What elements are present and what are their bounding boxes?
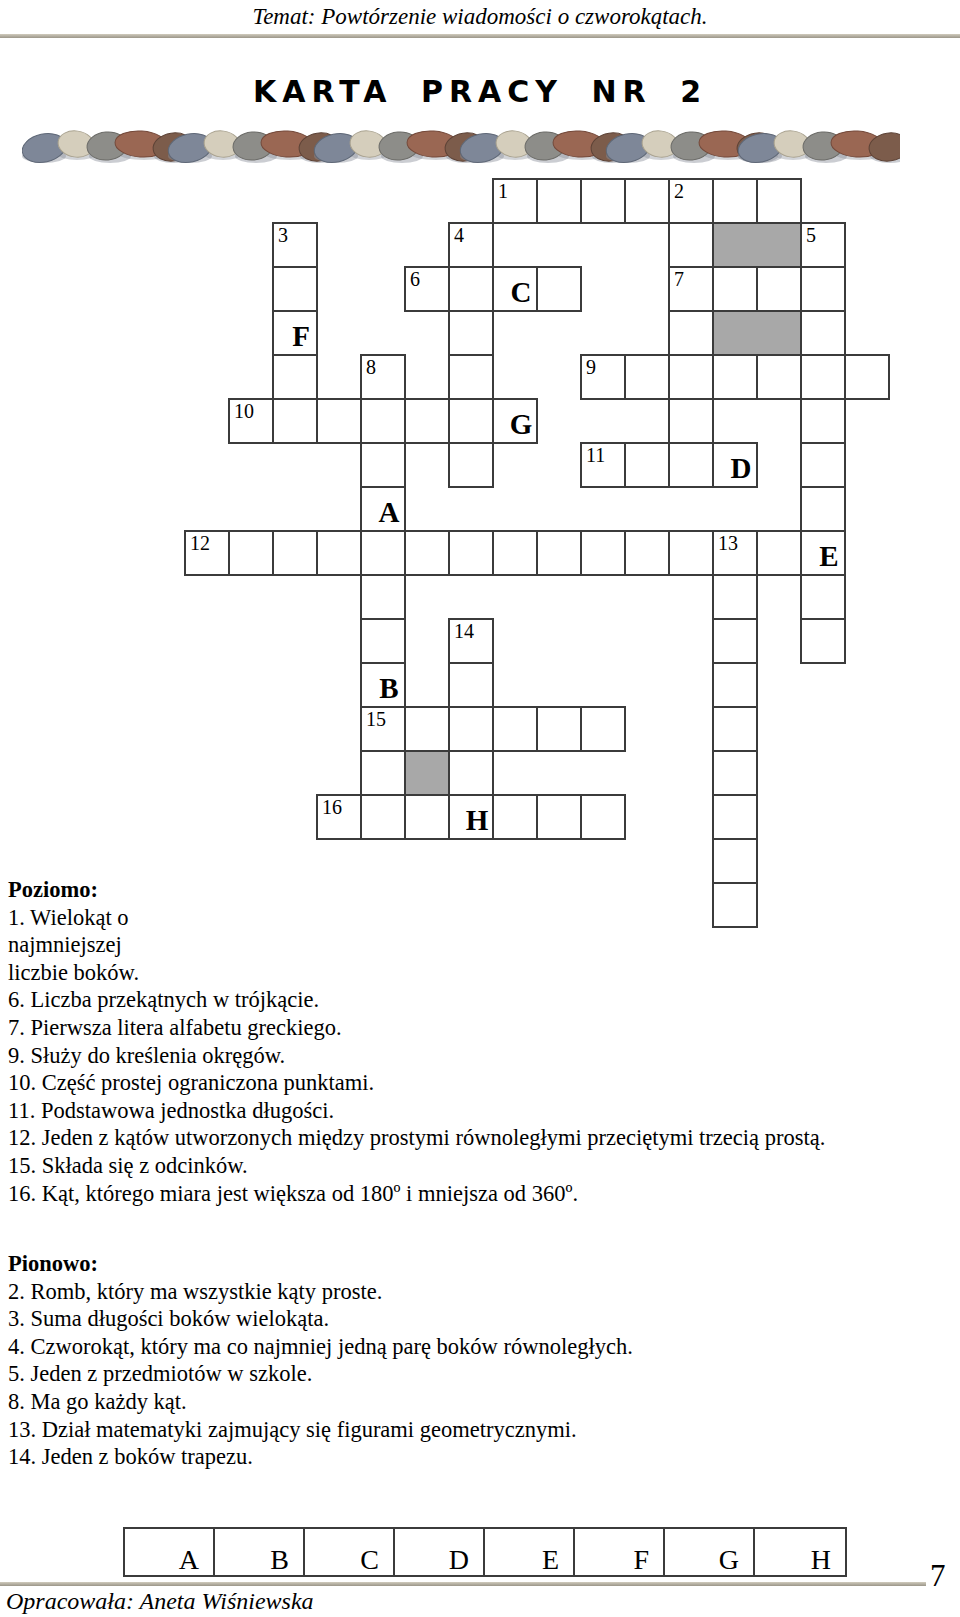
crossword-cell[interactable]: [580, 530, 626, 576]
crossword-cell[interactable]: [712, 266, 758, 312]
clue-number: 6: [410, 268, 420, 290]
clue-line: 7. Pierwsza litera alfabetu greckiego.: [8, 1014, 956, 1042]
clue-line: 14. Jeden z boków trapezu.: [8, 1443, 956, 1471]
clues-across-heading: Poziomo:: [8, 876, 956, 904]
crossword-cell[interactable]: G: [492, 398, 538, 444]
crossword-cell[interactable]: [800, 574, 846, 620]
clue-number: 3: [278, 224, 288, 246]
crossword-cell[interactable]: [712, 354, 758, 400]
answer-cell-c[interactable]: C: [305, 1529, 395, 1575]
crossword-cell[interactable]: H: [448, 794, 494, 840]
clue-line: najmniejszej: [8, 931, 956, 959]
crossword-cell[interactable]: [800, 354, 846, 400]
crossword-cell[interactable]: [316, 398, 362, 444]
crossword-cell[interactable]: [756, 178, 802, 224]
crossword-cell[interactable]: [316, 530, 362, 576]
clue-number: 2: [674, 180, 684, 202]
crossword-cell[interactable]: 5: [800, 222, 846, 268]
clue-line: 11. Podstawowa jednostka długości.: [8, 1097, 956, 1125]
crossword-cell[interactable]: D: [712, 442, 758, 488]
crossword-cell[interactable]: [404, 794, 450, 840]
footer-rule: [0, 1582, 926, 1586]
crossword-cell[interactable]: [404, 530, 450, 576]
clue-line: 5. Jeden z przedmiotów w szkole.: [8, 1360, 956, 1388]
crossword-cell[interactable]: [668, 398, 714, 444]
crossword-cell[interactable]: [668, 354, 714, 400]
crossword-cell[interactable]: [668, 442, 714, 488]
crossword-cell[interactable]: [448, 662, 494, 708]
crossword-cell[interactable]: [536, 706, 582, 752]
clue-number: 8: [366, 356, 376, 378]
crossword-cell[interactable]: 7: [668, 266, 714, 312]
clue-number: 1: [498, 180, 508, 202]
answer-cell-label: E: [542, 1546, 559, 1574]
crossword-grid: 123456C7F8910G11DA1213E14B1516H: [184, 178, 890, 928]
crossword-cell[interactable]: [800, 398, 846, 444]
answer-cell-d[interactable]: D: [395, 1529, 485, 1575]
crossword-cell[interactable]: [536, 530, 582, 576]
answer-cell-label: D: [449, 1546, 469, 1574]
crossword-cell[interactable]: 8: [360, 354, 406, 400]
crossword-cell-blocked: [404, 750, 450, 796]
clue-line: 12. Jeden z kątów utworzonych między pro…: [8, 1124, 956, 1152]
answer-cell-label: A: [179, 1546, 199, 1574]
crossword-cell[interactable]: [668, 310, 714, 356]
crossword-cell[interactable]: F: [272, 310, 318, 356]
clues-down-heading: Pionowo:: [8, 1250, 956, 1278]
crossword-cell[interactable]: [228, 530, 274, 576]
crossword-cell[interactable]: [272, 530, 318, 576]
answer-letter-marker: A: [362, 492, 404, 532]
answer-cell-label: F: [633, 1546, 649, 1574]
answer-letter-marker: H: [450, 800, 492, 840]
clue-number: 16: [322, 796, 342, 818]
crossword-cell[interactable]: [360, 574, 406, 620]
crossword-cell[interactable]: [800, 442, 846, 488]
crossword-cell[interactable]: 1: [492, 178, 538, 224]
crossword-cell[interactable]: 11: [580, 442, 626, 488]
crossword-cell[interactable]: [404, 706, 450, 752]
crossword-cell[interactable]: [448, 530, 494, 576]
crossword-cell[interactable]: 10: [228, 398, 274, 444]
clue-line: 6. Liczba przekątnych w trójkącie.: [8, 986, 956, 1014]
clue-line: liczbie boków.: [8, 959, 956, 987]
crossword-cell[interactable]: 13: [712, 530, 758, 576]
answer-cell-h[interactable]: H: [755, 1529, 845, 1575]
page-number: 7: [930, 1558, 946, 1594]
answer-letter-marker: F: [274, 316, 316, 356]
crossword-cell[interactable]: [800, 310, 846, 356]
crossword-cell[interactable]: [448, 750, 494, 796]
crossword-cell[interactable]: [712, 662, 758, 708]
crossword-cell[interactable]: [360, 442, 406, 488]
crossword-cell[interactable]: [624, 354, 670, 400]
crossword-cell[interactable]: [712, 750, 758, 796]
answer-letter-marker: B: [362, 668, 404, 708]
crossword-cell[interactable]: [492, 706, 538, 752]
clue-line: 16. Kąt, którego miara jest większa od 1…: [8, 1180, 956, 1208]
crossword-cell[interactable]: A: [360, 486, 406, 532]
clue-line: 15. Składa się z odcinków.: [8, 1152, 956, 1180]
worksheet-page: Temat: Powtórzenie wiadomości o czworoką…: [0, 0, 960, 1617]
crossword-cell[interactable]: [448, 266, 494, 312]
answer-letter-marker: C: [494, 272, 536, 312]
clue-line: 1. Wielokąt o: [8, 904, 956, 932]
clue-number: 15: [366, 708, 386, 730]
crossword-cell[interactable]: 2: [668, 178, 714, 224]
worksheet-title: KARTA PRACY NR 2: [0, 74, 960, 109]
crossword-cell[interactable]: [580, 794, 626, 840]
crossword-cell[interactable]: [844, 354, 890, 400]
crossword-cell[interactable]: [624, 178, 670, 224]
clue-number: 10: [234, 400, 254, 422]
crossword-cell[interactable]: [756, 266, 802, 312]
crossword-cell[interactable]: 16: [316, 794, 362, 840]
answer-cell-label: G: [719, 1546, 739, 1574]
pebbles-border-image: [22, 122, 900, 170]
crossword-cell[interactable]: [668, 222, 714, 268]
answer-cell-label: B: [270, 1546, 289, 1574]
crossword-cell[interactable]: [800, 486, 846, 532]
crossword-cell[interactable]: [272, 266, 318, 312]
answer-letter-marker: G: [494, 404, 536, 444]
clue-number: 9: [586, 356, 596, 378]
crossword-cell[interactable]: [360, 794, 406, 840]
crossword-cell[interactable]: [536, 178, 582, 224]
answer-cell-g[interactable]: G: [665, 1529, 755, 1575]
clue-number: 7: [674, 268, 684, 290]
crossword-cell[interactable]: [624, 530, 670, 576]
clue-number: 14: [454, 620, 474, 642]
crossword-cell[interactable]: [448, 706, 494, 752]
answer-letter-marker: E: [802, 536, 844, 576]
crossword-cell[interactable]: [712, 794, 758, 840]
crossword-cell-blocked: [712, 310, 802, 356]
crossword-cell[interactable]: [448, 398, 494, 444]
crossword-cell[interactable]: [448, 354, 494, 400]
crossword-cell[interactable]: 12: [184, 530, 230, 576]
final-answer-strip: A B C D E F G H: [123, 1527, 847, 1577]
crossword-cell[interactable]: [580, 178, 626, 224]
crossword-cell[interactable]: [580, 706, 626, 752]
crossword-cell[interactable]: 6: [404, 266, 450, 312]
answer-cell-f[interactable]: F: [575, 1529, 665, 1575]
answer-letter-marker: D: [714, 448, 756, 488]
clue-line: 3. Suma długości boków wielokąta.: [8, 1305, 956, 1333]
crossword-cell[interactable]: E: [800, 530, 846, 576]
document-title: Temat: Powtórzenie wiadomości o czworoką…: [0, 4, 960, 30]
crossword-cell[interactable]: [448, 310, 494, 356]
crossword-cell[interactable]: [756, 354, 802, 400]
crossword-cell[interactable]: [536, 266, 582, 312]
crossword-cell[interactable]: [272, 354, 318, 400]
answer-cell-a[interactable]: A: [125, 1529, 215, 1575]
crossword-cell[interactable]: [712, 706, 758, 752]
clues-across-section: Poziomo: 1. Wielokąt o najmniejszej licz…: [8, 876, 956, 1207]
crossword-cell[interactable]: [404, 398, 450, 444]
crossword-cell[interactable]: [272, 398, 318, 444]
crossword-cell[interactable]: [756, 530, 802, 576]
answer-cell-label: H: [811, 1546, 831, 1574]
crossword-cell[interactable]: 15: [360, 706, 406, 752]
crossword-cell[interactable]: [360, 530, 406, 576]
clue-line: 4. Czworokąt, który ma co najmniej jedną…: [8, 1333, 956, 1361]
answer-cell-b[interactable]: B: [215, 1529, 305, 1575]
clue-line: 9. Służy do kreślenia okręgów.: [8, 1042, 956, 1070]
crossword-cell[interactable]: [448, 442, 494, 488]
crossword-cell[interactable]: 3: [272, 222, 318, 268]
crossword-cell-blocked: [712, 222, 802, 268]
clue-number: 4: [454, 224, 464, 246]
clue-number: 13: [718, 532, 738, 554]
crossword-cell[interactable]: [800, 618, 846, 664]
crossword-cell[interactable]: [360, 750, 406, 796]
crossword-cell[interactable]: [360, 618, 406, 664]
crossword-cell[interactable]: [360, 398, 406, 444]
clue-number: 11: [586, 444, 605, 466]
clue-line: 2. Romb, który ma wszystkie kąty proste.: [8, 1278, 956, 1306]
crossword-cell[interactable]: [492, 530, 538, 576]
crossword-cell[interactable]: [712, 618, 758, 664]
footer-credit: Opracowała: Aneta Wiśniewska: [6, 1588, 314, 1615]
clue-line: 13. Dział matematyki zajmujący się figur…: [8, 1416, 956, 1444]
clue-line: 10. Część prostej ograniczona punktami.: [8, 1069, 956, 1097]
crossword-cell[interactable]: B: [360, 662, 406, 708]
answer-cell-label: C: [360, 1546, 379, 1574]
header-rule: [0, 34, 960, 38]
crossword-cell[interactable]: [536, 794, 582, 840]
crossword-cell[interactable]: 4: [448, 222, 494, 268]
crossword-cell[interactable]: C: [492, 266, 538, 312]
crossword-cell[interactable]: [800, 266, 846, 312]
crossword-cell[interactable]: 14: [448, 618, 494, 664]
crossword-cell[interactable]: [668, 530, 714, 576]
clues-down-section: Pionowo: 2. Romb, który ma wszystkie kąt…: [8, 1250, 956, 1471]
clue-line: 8. Ma go każdy kąt.: [8, 1388, 956, 1416]
clue-number: 12: [190, 532, 210, 554]
crossword-cell[interactable]: [492, 794, 538, 840]
crossword-cell[interactable]: [624, 442, 670, 488]
answer-cell-e[interactable]: E: [485, 1529, 575, 1575]
crossword-cell[interactable]: [712, 178, 758, 224]
crossword-cell[interactable]: [712, 574, 758, 620]
clue-number: 5: [806, 224, 816, 246]
crossword-cell[interactable]: 9: [580, 354, 626, 400]
